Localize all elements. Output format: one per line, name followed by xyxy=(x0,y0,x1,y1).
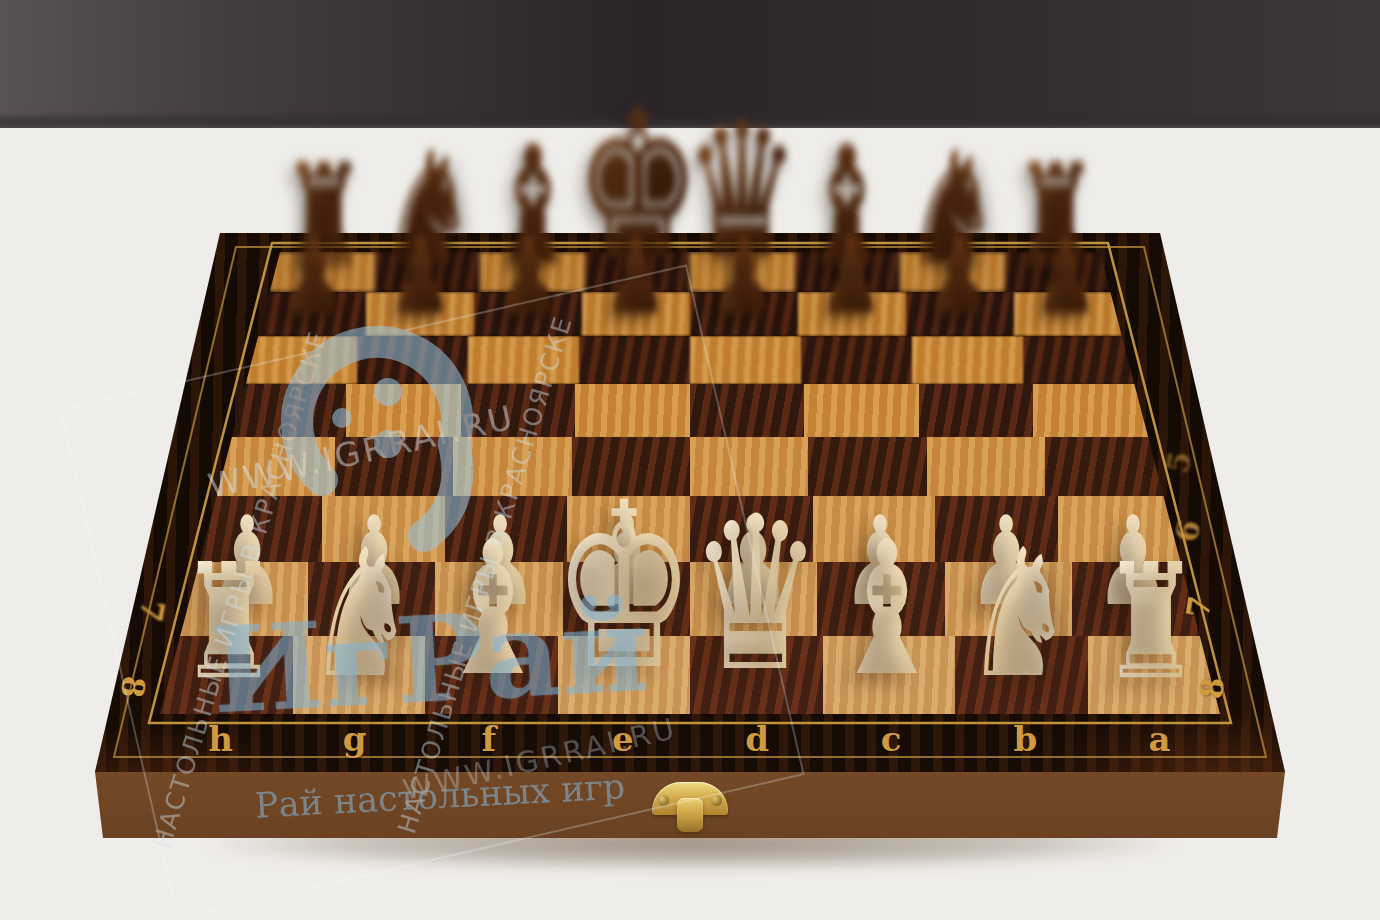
file-label-b: b xyxy=(1013,719,1037,759)
file-label-e: e xyxy=(612,719,634,759)
clasp-screw-right xyxy=(711,795,722,806)
file-label-c: c xyxy=(881,719,902,759)
file-label-f: f xyxy=(481,719,496,759)
file-label-h: h xyxy=(208,719,233,759)
file-label-g: g xyxy=(343,719,367,759)
file-label-a: a xyxy=(1148,719,1170,759)
rank-label-left-8: 8 xyxy=(114,674,152,700)
rank-label-right-8: 8 xyxy=(1193,675,1231,701)
brass-clasp xyxy=(652,782,728,838)
clasp-screw-left xyxy=(658,795,669,806)
scene: hgfedcba878765 ♜♞♝♛♚♝♞♜♟♟♟♟♟♟♟♟♟♟♟♟♟♟♟♟♜… xyxy=(0,0,1380,920)
clasp-knob xyxy=(677,798,703,832)
file-label-d: d xyxy=(745,719,769,759)
chess-board: hgfedcba878765 ♜♞♝♛♚♝♞♜♟♟♟♟♟♟♟♟♟♟♟♟♟♟♟♟♜… xyxy=(0,0,1380,920)
